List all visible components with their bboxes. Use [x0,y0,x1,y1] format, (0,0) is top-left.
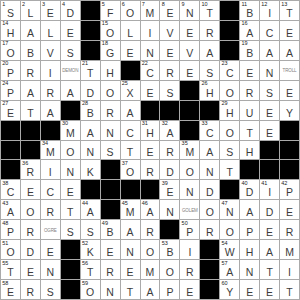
grid-cell-r13c2[interactable]: D [21,240,40,259]
clue-number: 28 [82,101,88,107]
clue-number: 30 [62,121,68,127]
grid-cell-r11c11[interactable]: O [200,200,219,219]
cell-letter: T [81,267,100,278]
grid-cell-r11c3[interactable]: R [41,200,60,219]
grid-cell-r5c4[interactable]: A [61,81,80,100]
grid-cell-r11c7[interactable]: 45M [121,200,140,219]
grid-cell-r10c10[interactable]: N [180,180,199,199]
clue-number: 9 [182,2,185,8]
cell-letter: O [61,147,80,158]
grid-cell-r6c7[interactable]: A [121,101,140,120]
cell-letter: A [81,207,100,218]
grid-cell-r8c10[interactable]: 35M [180,141,199,160]
cell-letter: L [21,8,40,19]
grid-cell-r3c10[interactable]: V [180,41,199,60]
cell-letter: R [101,267,120,278]
rebus-word: DEMON [61,69,80,74]
grid-cell-r4c1[interactable]: 20P [1,61,20,80]
grid-cell-r6c3[interactable]: A [41,101,60,120]
cell-letter: M [61,128,80,139]
grid-cell-r15c14[interactable]: E [260,280,279,299]
grid-cell-r14c5[interactable]: 56T [81,260,100,279]
grid-cell-r5c3[interactable]: R [41,81,60,100]
cell-letter: C [200,128,219,139]
grid-cell-r9c2[interactable]: 36R [21,160,40,179]
black-cell [180,101,199,120]
grid-cell-r14c2[interactable]: E [21,260,40,279]
clue-number: 23 [221,61,227,67]
cell-letter: B [160,247,179,258]
grid-cell-r14c12[interactable]: 57A [220,260,239,279]
grid-cell-r13c10[interactable]: I [180,240,199,259]
grid-cell-r12c8[interactable]: R [141,220,160,239]
grid-cell-r14c6[interactable]: R [101,260,120,279]
grid-cell-r3c6[interactable]: 18G [101,41,120,60]
cell-letter: W [220,247,239,258]
grid-cell-r8c9[interactable]: R [160,141,179,160]
cell-letter: E [41,8,60,19]
grid-cell-r7c14[interactable]: E [260,121,279,140]
grid-cell-r5c6[interactable]: O [101,81,120,100]
grid-cell-r3c4[interactable]: S [61,41,80,60]
grid-cell-r11c8[interactable]: 46A [141,200,160,219]
grid-cell-r15c2[interactable]: R [21,280,40,299]
grid-cell-r15c10[interactable]: E [180,280,199,299]
grid-cell-r5c1[interactable]: 24P [1,81,20,100]
grid-cell-r8c13[interactable]: H [240,141,259,160]
grid-cell-r4c5[interactable]: 21T [81,61,100,80]
black-cell [61,280,80,299]
grid-cell-r14c14[interactable]: T [260,260,279,279]
grid-cell-r15c15[interactable]: T [280,280,299,299]
grid-cell-r4c13[interactable]: E [240,61,259,80]
grid-cell-r12c5[interactable]: S [81,220,100,239]
grid-cell-r8c12[interactable]: S [220,141,239,160]
cell-letter: O [220,128,239,139]
grid-cell-r2c7[interactable]: L [121,21,140,40]
cell-letter: E [121,48,140,59]
grid-cell-r6c1[interactable]: 27E [1,101,20,120]
grid-cell-r15c12[interactable]: 60Y [220,280,239,299]
cell-letter: P [1,88,20,99]
clue-number: 41 [261,181,267,187]
clue-number: 31 [142,121,148,127]
black-cell [121,180,140,199]
grid-cell-r12c14[interactable]: E [260,220,279,239]
black-cell [200,280,219,299]
grid-cell-r13c8[interactable]: O [141,240,160,259]
grid-cell-r12c6[interactable]: 49B [101,220,120,239]
grid-cell-r10c11[interactable]: D [200,180,219,199]
grid-cell-r15c8[interactable]: A [141,280,160,299]
black-cell [220,41,239,60]
grid-cell-r12c3[interactable]: OGRE [41,220,60,239]
grid-cell-r3c9[interactable]: E [160,41,179,60]
cell-letter: P [180,227,199,238]
black-cell [200,260,219,279]
grid-cell-r13c12[interactable]: 54W [220,240,239,259]
grid-cell-r2c1[interactable]: 14H [1,21,20,40]
cell-letter: R [21,227,40,238]
grid-cell-r14c7[interactable]: E [121,260,140,279]
grid-cell-r11c10[interactable]: GOLEM [180,200,199,219]
grid-cell-r13c5[interactable]: 52K [81,240,100,259]
grid-cell-r4c6[interactable]: H [101,61,120,80]
cell-letter: H [200,88,219,99]
grid-cell-r11c1[interactable]: 43A [1,200,20,219]
cell-letter: R [41,88,60,99]
cell-letter: O [220,88,239,99]
cell-letter: I [260,8,279,19]
cell-letter: L [41,28,60,39]
clue-number: 32 [162,121,168,127]
grid-cell-r7c13[interactable]: T [240,121,259,140]
cell-letter: X [121,88,140,99]
cell-letter: T [21,108,40,119]
grid-cell-r6c6[interactable]: R [101,101,120,120]
cell-letter: R [200,227,219,238]
rebus-word: TROLL [280,69,299,74]
grid-cell-r3c3[interactable]: V [41,41,60,60]
grid-cell-r10c2[interactable]: E [21,180,40,199]
grid-cell-r3c15[interactable]: A [280,41,299,60]
grid-cell-r12c2[interactable]: R [21,220,40,239]
cell-letter: E [101,247,120,258]
grid-cell-r8c4[interactable]: O [61,141,80,160]
grid-cell-r14c1[interactable]: 55T [1,260,20,279]
cell-letter: S [61,48,80,59]
grid-cell-r5c8[interactable]: E [141,81,160,100]
grid-cell-r8c3[interactable]: 34M [41,141,60,160]
cell-letter: E [280,28,299,39]
grid-cell-r2c14[interactable]: C [260,21,279,40]
cell-letter: N [200,167,219,178]
grid-cell-r12c15[interactable]: R [280,220,299,239]
grid-cell-r15c13[interactable]: E [240,280,259,299]
grid-cell-r7c11[interactable]: 33C [200,121,219,140]
grid-cell-r2c8[interactable]: I [141,21,160,40]
grid-cell-r9c11[interactable]: N [200,160,219,179]
grid-cell-r1c4[interactable]: 4D [61,1,80,20]
grid-cell-r11c14[interactable]: D [260,200,279,219]
grid-cell-r4c2[interactable]: R [21,61,40,80]
grid-cell-r12c12[interactable]: O [220,220,239,239]
grid-cell-r15c5[interactable]: 59O [81,280,100,299]
grid-cell-r4c12[interactable]: 23C [220,61,239,80]
cell-letter: R [160,68,179,79]
black-cell [41,121,60,140]
grid-cell-r12c4[interactable]: S [61,220,80,239]
grid-cell-r13c7[interactable]: N [121,240,140,259]
cell-letter: N [240,267,259,278]
grid-cell-r2c11[interactable]: R [200,21,219,40]
cell-letter: D [200,187,219,198]
grid-cell-r2c10[interactable]: E [180,21,199,40]
grid-cell-r13c6[interactable]: E [101,240,120,259]
grid-cell-r3c13[interactable]: 19B [240,41,259,60]
cell-letter: I [280,267,299,278]
cell-letter: H [101,68,120,79]
cell-letter: O [160,267,179,278]
grid-cell-r8c5[interactable]: N [81,141,100,160]
grid-cell-r5c9[interactable]: S [160,81,179,100]
cell-letter: Y [280,108,299,119]
clue-number: 3 [42,2,45,8]
grid-cell-r13c3[interactable]: E [41,240,60,259]
grid-cell-r5c15[interactable]: E [280,81,299,100]
black-cell [280,121,299,140]
grid-cell-r7c8[interactable]: 31H [141,121,160,140]
grid-cell-r10c3[interactable]: C [41,180,60,199]
grid-cell-r7c4[interactable]: 30M [61,121,80,140]
grid-cell-r9c7[interactable]: 37O [121,160,140,179]
black-cell [141,180,160,199]
grid-cell-r8c6[interactable]: S [101,141,120,160]
grid-cell-r7c12[interactable]: O [220,121,239,140]
grid-cell-r14c10[interactable]: R [180,260,199,279]
grid-cell-r14c15[interactable]: I [280,260,299,279]
grid-cell-r3c1[interactable]: 17O [1,41,20,60]
grid-cell-r6c5[interactable]: 28B [81,101,100,120]
cell-letter: R [101,108,120,119]
grid-cell-r5c11[interactable]: 26H [200,81,219,100]
grid-cell-r4c15[interactable]: TROLL [280,61,299,80]
grid-cell-r2c2[interactable]: A [21,21,40,40]
rebus-word: OGRE [41,228,60,233]
grid-cell-r13c1[interactable]: 51O [1,240,20,259]
grid-cell-r1c10[interactable]: 9N [180,1,199,20]
cell-letter: A [220,267,239,278]
cell-letter: S [81,227,100,238]
grid-cell-r11c2[interactable]: O [21,200,40,219]
grid-cell-r2c6[interactable]: 15O [101,21,120,40]
cell-letter: D [81,88,100,99]
grid-cell-r12c13[interactable]: P [240,220,259,239]
cell-letter: U [240,108,259,119]
grid-cell-r10c1[interactable]: 38C [1,180,20,199]
grid-cell-r5c5[interactable]: D [81,81,100,100]
grid-cell-r8c7[interactable]: T [121,141,140,160]
grid-cell-r4c10[interactable]: E [180,61,199,80]
grid-cell-r3c2[interactable]: B [21,41,40,60]
grid-cell-r10c9[interactable]: 39E [160,180,179,199]
grid-cell-r10c13[interactable]: 40D [240,180,259,199]
grid-cell-r4c14[interactable]: N [260,61,279,80]
grid-cell-r3c8[interactable]: N [141,41,160,60]
grid-cell-r12c1[interactable]: 48P [1,220,20,239]
grid-cell-r1c8[interactable]: 7M [141,1,160,20]
grid-cell-r10c4[interactable]: E [61,180,80,199]
grid-cell-r15c7[interactable]: T [121,280,140,299]
grid-cell-r10c15[interactable]: 42P [280,180,299,199]
black-cell [260,141,279,160]
grid-cell-r11c13[interactable]: A [240,200,259,219]
cell-letter: A [21,28,40,39]
cell-letter: E [240,68,259,79]
cell-letter: O [121,8,140,19]
cell-letter: E [280,88,299,99]
grid-cell-r12c10[interactable]: 50P [180,220,199,239]
grid-cell-r1c3[interactable]: 3E [41,1,60,20]
cell-letter: T [1,267,20,278]
black-cell [61,260,80,279]
cell-letter: P [240,227,259,238]
cell-letter: A [280,48,299,59]
grid-cell-r12c7[interactable]: A [121,220,140,239]
cell-letter: H [240,247,259,258]
grid-cell-r3c7[interactable]: E [121,41,140,60]
grid-cell-r7c7[interactable]: C [121,121,140,140]
grid-cell-r8c8[interactable]: E [141,141,160,160]
grid-cell-r5c14[interactable]: S [260,81,279,100]
grid-cell-r7c6[interactable]: N [101,121,120,140]
cell-letter: T [121,147,140,158]
cell-letter: A [81,128,100,139]
grid-cell-r1c2[interactable]: 2L [21,1,40,20]
grid-cell-r9c12[interactable]: T [220,160,239,179]
grid-cell-r11c9[interactable]: N [160,200,179,219]
black-cell [141,101,160,120]
black-cell [81,1,100,20]
grid-cell-r3c11[interactable]: A [200,41,219,60]
clue-number: 25 [122,81,128,87]
cell-letter: A [160,128,179,139]
cell-letter: O [101,88,120,99]
grid-cell-r4c11[interactable]: S [200,61,219,80]
cell-letter: A [61,88,80,99]
grid-cell-r2c4[interactable]: E [61,21,80,40]
cell-letter: B [101,227,120,238]
grid-cell-r11c12[interactable]: 47N [220,200,239,219]
grid-cell-r1c14[interactable]: 12I [260,1,279,20]
grid-cell-r15c6[interactable]: N [101,280,120,299]
grid-cell-r5c13[interactable]: R [240,81,259,100]
cell-letter: C [141,68,160,79]
grid-cell-r6c15[interactable]: Y [280,101,299,120]
grid-cell-r2c13[interactable]: 16A [240,21,259,40]
grid-cell-r6c2[interactable]: T [21,101,40,120]
black-cell [240,160,259,179]
cell-letter: K [81,167,100,178]
cell-letter: B [21,48,40,59]
grid-cell-r8c11[interactable]: A [200,141,219,160]
cell-letter: E [180,68,199,79]
grid-cell-r5c2[interactable]: A [21,81,40,100]
grid-cell-r4c3[interactable]: I [41,61,60,80]
grid-cell-r14c13[interactable]: N [240,260,259,279]
cell-letter: N [121,247,140,258]
cell-letter: A [121,108,140,119]
cell-letter: R [41,207,60,218]
grid-cell-r6c13[interactable]: U [240,101,259,120]
grid-cell-r6c14[interactable]: E [260,101,279,120]
cell-letter: A [141,207,160,218]
grid-cell-r1c11[interactable]: 10T [200,1,219,20]
cell-letter: A [200,48,219,59]
grid-cell-r10c14[interactable]: 41I [260,180,279,199]
clue-number: 7 [142,2,145,8]
grid-cell-r2c15[interactable]: E [280,21,299,40]
cell-letter: S [260,88,279,99]
grid-cell-r11c15[interactable]: E [280,200,299,219]
grid-cell-r1c6[interactable]: 5F [101,1,120,20]
cell-letter: I [260,187,279,198]
cell-letter: R [200,28,219,39]
cell-letter: R [141,227,160,238]
cell-letter: R [21,167,40,178]
cell-letter: O [220,227,239,238]
grid-cell-r14c8[interactable]: M [141,260,160,279]
grid-cell-r1c9[interactable]: 8E [160,1,179,20]
grid-cell-r12c11[interactable]: R [200,220,219,239]
grid-cell-r7c9[interactable]: 32A [160,121,179,140]
grid-cell-r6c12[interactable]: 29H [220,101,239,120]
grid-cell-r1c13[interactable]: 11B [240,1,259,20]
cell-letter: N [220,207,239,218]
grid-cell-r13c9[interactable]: 53B [160,240,179,259]
clue-number: 27 [2,101,8,107]
cell-letter: N [61,167,80,178]
cell-letter: G [101,48,120,59]
grid-cell-r2c3[interactable]: L [41,21,60,40]
grid-cell-r15c1[interactable]: 58E [1,280,20,299]
grid-cell-r5c7[interactable]: 25X [121,81,140,100]
grid-cell-r9c8[interactable]: R [141,160,160,179]
grid-cell-r13c15[interactable]: M [280,240,299,259]
grid-cell-r1c1[interactable]: 1S [1,1,20,20]
cell-letter: F [101,8,120,19]
grid-cell-r11c4[interactable]: T [61,200,80,219]
cell-letter: T [260,267,279,278]
grid-cell-r13c14[interactable]: A [260,240,279,259]
grid-cell-r5c12[interactable]: O [220,81,239,100]
cell-letter: N [260,68,279,79]
cell-letter: C [121,128,140,139]
cell-letter: C [260,28,279,39]
cell-letter: E [61,187,80,198]
grid-cell-r14c3[interactable]: N [41,260,60,279]
clue-number: 6 [122,2,125,8]
grid-cell-r9c5[interactable]: K [81,160,100,179]
cell-letter: A [260,48,279,59]
cell-letter: A [240,28,259,39]
grid-cell-r13c13[interactable]: H [240,240,259,259]
grid-cell-r4c9[interactable]: R [160,61,179,80]
cell-letter: E [1,108,20,119]
clue-number: 12 [261,2,267,8]
grid-cell-r2c9[interactable]: V [160,21,179,40]
grid-cell-r15c9[interactable]: P [160,280,179,299]
grid-cell-r9c3[interactable]: I [41,160,60,179]
grid-cell-r9c9[interactable]: D [160,160,179,179]
grid-cell-r15c3[interactable]: S [41,280,60,299]
cell-letter: A [141,287,160,298]
cell-letter: P [1,227,20,238]
cell-letter: R [160,147,179,158]
grid-cell-r3c14[interactable]: A [260,41,279,60]
cell-letter: E [21,187,40,198]
grid-cell-r7c5[interactable]: A [81,121,100,140]
grid-cell-r1c15[interactable]: 13T [280,1,299,20]
grid-cell-r4c8[interactable]: 22C [141,61,160,80]
grid-cell-r9c10[interactable]: O [180,160,199,179]
black-cell [280,160,299,179]
grid-cell-r9c4[interactable]: N [61,160,80,179]
grid-cell-r1c7[interactable]: 6O [121,1,140,20]
grid-cell-r14c9[interactable]: O [160,260,179,279]
grid-cell-r11c5[interactable]: 44A [81,200,100,219]
grid-cell-r4c4[interactable]: DEMON [61,61,80,80]
